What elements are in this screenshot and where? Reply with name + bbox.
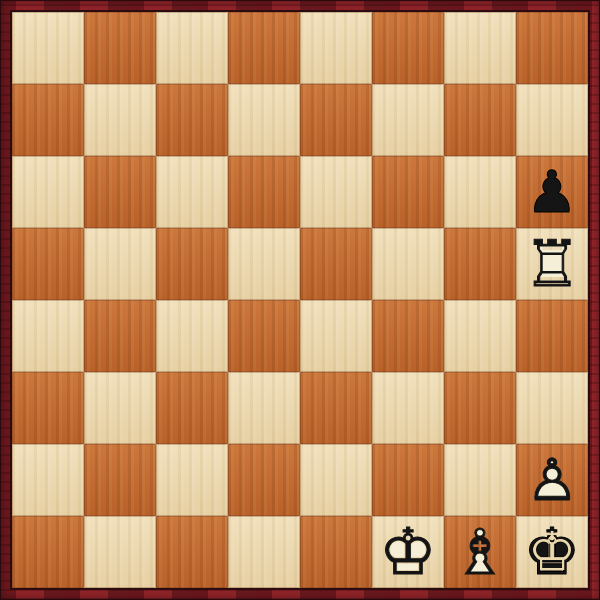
square-b7[interactable] (84, 84, 156, 156)
square-d5[interactable] (228, 228, 300, 300)
square-e7[interactable] (300, 84, 372, 156)
square-g5[interactable] (444, 228, 516, 300)
square-e5[interactable] (300, 228, 372, 300)
piece-white-rook[interactable]: ♜♖ (516, 228, 588, 300)
square-b8[interactable] (84, 12, 156, 84)
board-frame: ♟♙♜♖♟♙♚♔♝♗♚♔ (0, 0, 600, 600)
square-b2[interactable] (84, 444, 156, 516)
square-a4[interactable] (12, 300, 84, 372)
square-a3[interactable] (12, 372, 84, 444)
square-f6[interactable] (372, 156, 444, 228)
square-h8[interactable] (516, 12, 588, 84)
square-b1[interactable] (84, 516, 156, 588)
black-pawn-icon: ♟ (516, 156, 588, 228)
square-f7[interactable] (372, 84, 444, 156)
square-c5[interactable] (156, 228, 228, 300)
square-b4[interactable] (84, 300, 156, 372)
square-f2[interactable] (372, 444, 444, 516)
square-e8[interactable] (300, 12, 372, 84)
chess-board: ♟♙♜♖♟♙♚♔♝♗♚♔ (12, 12, 588, 588)
square-a8[interactable] (12, 12, 84, 84)
white-pawn-outline-icon: ♙ (516, 444, 588, 516)
square-c7[interactable] (156, 84, 228, 156)
square-h2[interactable]: ♟♙ (516, 444, 588, 516)
square-d8[interactable] (228, 12, 300, 84)
square-g6[interactable] (444, 156, 516, 228)
square-h3[interactable] (516, 372, 588, 444)
square-b6[interactable] (84, 156, 156, 228)
square-g1[interactable]: ♝♗ (444, 516, 516, 588)
square-e2[interactable] (300, 444, 372, 516)
square-h6[interactable]: ♟♙ (516, 156, 588, 228)
square-f1[interactable]: ♚♔ (372, 516, 444, 588)
square-d6[interactable] (228, 156, 300, 228)
white-bishop-icon: ♝ (444, 516, 516, 588)
black-king-outline-icon: ♔ (522, 522, 582, 582)
square-c1[interactable] (156, 516, 228, 588)
square-e4[interactable] (300, 300, 372, 372)
square-a6[interactable] (12, 156, 84, 228)
piece-white-king[interactable]: ♚♔ (372, 516, 444, 588)
piece-black-pawn[interactable]: ♟♙ (516, 156, 588, 228)
square-c3[interactable] (156, 372, 228, 444)
white-king-icon: ♚ (372, 516, 444, 588)
square-c6[interactable] (156, 156, 228, 228)
piece-white-pawn[interactable]: ♟♙ (516, 444, 588, 516)
piece-white-bishop[interactable]: ♝♗ (444, 516, 516, 588)
white-rook-icon: ♜ (516, 228, 588, 300)
white-rook-outline-icon: ♖ (516, 228, 588, 300)
square-d2[interactable] (228, 444, 300, 516)
piece-black-king[interactable]: ♚♔ (516, 516, 588, 588)
square-a1[interactable] (12, 516, 84, 588)
square-a5[interactable] (12, 228, 84, 300)
black-king-icon: ♚ (516, 516, 588, 588)
square-d7[interactable] (228, 84, 300, 156)
square-g7[interactable] (444, 84, 516, 156)
square-g3[interactable] (444, 372, 516, 444)
square-a2[interactable] (12, 444, 84, 516)
square-h1[interactable]: ♚♔ (516, 516, 588, 588)
square-c2[interactable] (156, 444, 228, 516)
square-h7[interactable] (516, 84, 588, 156)
square-c4[interactable] (156, 300, 228, 372)
square-g4[interactable] (444, 300, 516, 372)
square-a7[interactable] (12, 84, 84, 156)
square-d3[interactable] (228, 372, 300, 444)
square-f3[interactable] (372, 372, 444, 444)
square-h5[interactable]: ♜♖ (516, 228, 588, 300)
square-g8[interactable] (444, 12, 516, 84)
square-h4[interactable] (516, 300, 588, 372)
square-c8[interactable] (156, 12, 228, 84)
square-b3[interactable] (84, 372, 156, 444)
square-f5[interactable] (372, 228, 444, 300)
white-pawn-icon: ♟ (516, 444, 588, 516)
white-bishop-outline-icon: ♗ (444, 516, 516, 588)
square-f8[interactable] (372, 12, 444, 84)
square-d1[interactable] (228, 516, 300, 588)
square-e3[interactable] (300, 372, 372, 444)
square-g2[interactable] (444, 444, 516, 516)
square-d4[interactable] (228, 300, 300, 372)
white-king-outline-icon: ♔ (372, 516, 444, 588)
square-f4[interactable] (372, 300, 444, 372)
square-b5[interactable] (84, 228, 156, 300)
square-e6[interactable] (300, 156, 372, 228)
square-e1[interactable] (300, 516, 372, 588)
